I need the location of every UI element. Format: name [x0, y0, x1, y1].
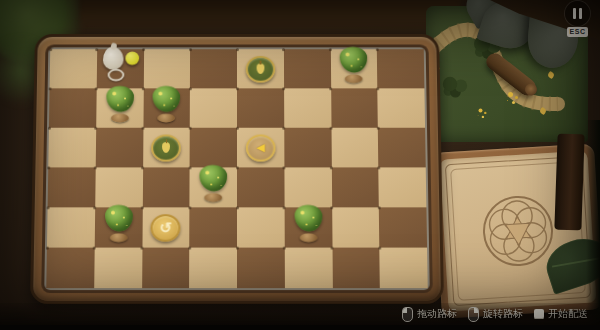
wood-post: [554, 134, 584, 231]
square-c4-r6[interactable]: [189, 248, 237, 289]
hint-label: 旋转路标: [483, 307, 523, 321]
bag-marker-piece[interactable]: [98, 44, 142, 86]
bush-foliage: [294, 204, 322, 230]
hint-rotate-signpost: 旋转路标: [468, 307, 523, 322]
square-c6-r1[interactable]: [284, 49, 331, 88]
square-c5-r3[interactable]: ◀: [237, 128, 284, 168]
square-c8-r5[interactable]: [379, 207, 427, 247]
bush-piece: [291, 204, 325, 241]
hint-label: 拖动路标: [417, 307, 457, 321]
square-c8-r1[interactable]: [377, 49, 424, 88]
bush-piece: [337, 46, 371, 82]
board-area: ◀↺: [30, 34, 444, 304]
bush-pot: [345, 74, 363, 83]
mouse-right-icon: [468, 307, 479, 322]
square-c1-r1[interactable]: [50, 49, 97, 88]
hint-bar: 拖动路标 旋转路标 开始配送: [0, 303, 600, 325]
square-c4-r1[interactable]: [190, 49, 237, 88]
square-c2-r2[interactable]: [96, 88, 143, 127]
bush-piece: [101, 204, 135, 241]
square-c3-r6[interactable]: [142, 248, 190, 289]
square-c7-r6[interactable]: [332, 248, 380, 289]
square-c6-r2[interactable]: [284, 88, 331, 127]
square-c8-r2[interactable]: [378, 88, 426, 127]
square-c7-r1[interactable]: [330, 49, 377, 88]
square-c6-r4[interactable]: [284, 167, 332, 207]
bush-pot: [158, 113, 176, 122]
arrow-disc-piece[interactable]: ◀: [246, 134, 276, 161]
square-c2-r5[interactable]: [94, 207, 142, 247]
square-c1-r6[interactable]: [46, 248, 94, 289]
square-c5-r4[interactable]: [237, 167, 284, 207]
bush-foliage: [104, 204, 132, 230]
pause-button[interactable]: [565, 1, 590, 26]
spiral-disc-piece[interactable]: ↺: [151, 214, 181, 241]
square-c7-r5[interactable]: [332, 207, 380, 247]
square-c7-r4[interactable]: [331, 167, 379, 207]
table-edge-shadow: [80, 0, 460, 38]
hint-label: 开始配送: [548, 307, 588, 321]
bush-piece: [103, 85, 137, 121]
square-c6-r5[interactable]: [284, 207, 332, 247]
pear-icon: [256, 64, 264, 74]
square-c2-r6[interactable]: [94, 248, 142, 289]
yellow-flowers: [508, 92, 513, 97]
square-c5-r5[interactable]: [237, 207, 285, 247]
esc-key-hint: ESC: [567, 27, 588, 37]
game-screen: ◀↺ ESC 拖动路标 旋转路标 开始配送: [0, 0, 600, 330]
letterbox-bar: [0, 325, 600, 330]
bush-foliage: [153, 85, 181, 111]
square-c1-r2[interactable]: [49, 88, 97, 127]
bush-pot: [111, 113, 129, 122]
square-c3-r5[interactable]: ↺: [142, 207, 190, 247]
square-c6-r6[interactable]: [285, 248, 333, 289]
board-frame: ◀↺: [30, 34, 444, 304]
square-c4-r3[interactable]: [190, 128, 237, 168]
square-c4-r2[interactable]: [190, 88, 237, 127]
square-c5-r6[interactable]: [237, 248, 285, 289]
bush-pot: [204, 193, 222, 202]
pear-disc-piece[interactable]: [246, 55, 275, 82]
hint-drag-signpost: 拖动路标: [402, 307, 457, 322]
square-c1-r3[interactable]: [48, 128, 96, 168]
bush-foliage: [340, 46, 368, 72]
bush-foliage: [200, 164, 228, 190]
square-c7-r2[interactable]: [331, 88, 378, 127]
pear-disc-piece[interactable]: [151, 134, 181, 161]
square-c8-r3[interactable]: [378, 128, 426, 168]
square-c8-r6[interactable]: [380, 248, 428, 289]
square-c4-r5[interactable]: [189, 207, 237, 247]
pear-icon: [162, 142, 170, 153]
hint-start-delivery[interactable]: 开始配送: [534, 307, 588, 321]
square-c1-r5[interactable]: [47, 207, 95, 247]
swirl-icon: ↺: [160, 220, 173, 235]
yarn-ball-icon: [125, 51, 139, 64]
yellow-flowers: [479, 109, 483, 113]
square-c5-r1[interactable]: [237, 49, 284, 88]
square-c4-r4[interactable]: [190, 167, 237, 207]
square-c3-r4[interactable]: [142, 167, 190, 207]
sack-icon: [102, 46, 123, 69]
key-icon: [534, 309, 544, 319]
clover-plant: [443, 77, 457, 91]
bush-pot: [109, 233, 127, 242]
bush-piece: [150, 85, 184, 121]
square-c5-r2[interactable]: [237, 88, 284, 127]
square-c3-r1[interactable]: [143, 49, 190, 88]
pause-icon: [579, 8, 582, 19]
square-c3-r2[interactable]: [143, 88, 190, 127]
mouse-left-icon: [402, 307, 413, 322]
square-c2-r1[interactable]: [96, 49, 143, 88]
square-c2-r4[interactable]: [95, 167, 143, 207]
square-c6-r3[interactable]: [284, 128, 331, 168]
checkerboard: ◀↺: [46, 49, 427, 288]
square-c7-r3[interactable]: [331, 128, 379, 168]
bush-foliage: [106, 85, 134, 111]
arrow-left-icon: ◀: [256, 142, 264, 153]
pause-icon: [573, 8, 576, 19]
square-c8-r4[interactable]: [379, 167, 427, 207]
square-c3-r3[interactable]: [143, 128, 190, 168]
square-c2-r3[interactable]: [95, 128, 143, 168]
bush-pot: [299, 233, 317, 242]
edge-shadow: [586, 120, 600, 330]
square-c1-r4[interactable]: [48, 167, 96, 207]
bush-piece: [196, 164, 230, 201]
ring-icon: [107, 68, 124, 80]
